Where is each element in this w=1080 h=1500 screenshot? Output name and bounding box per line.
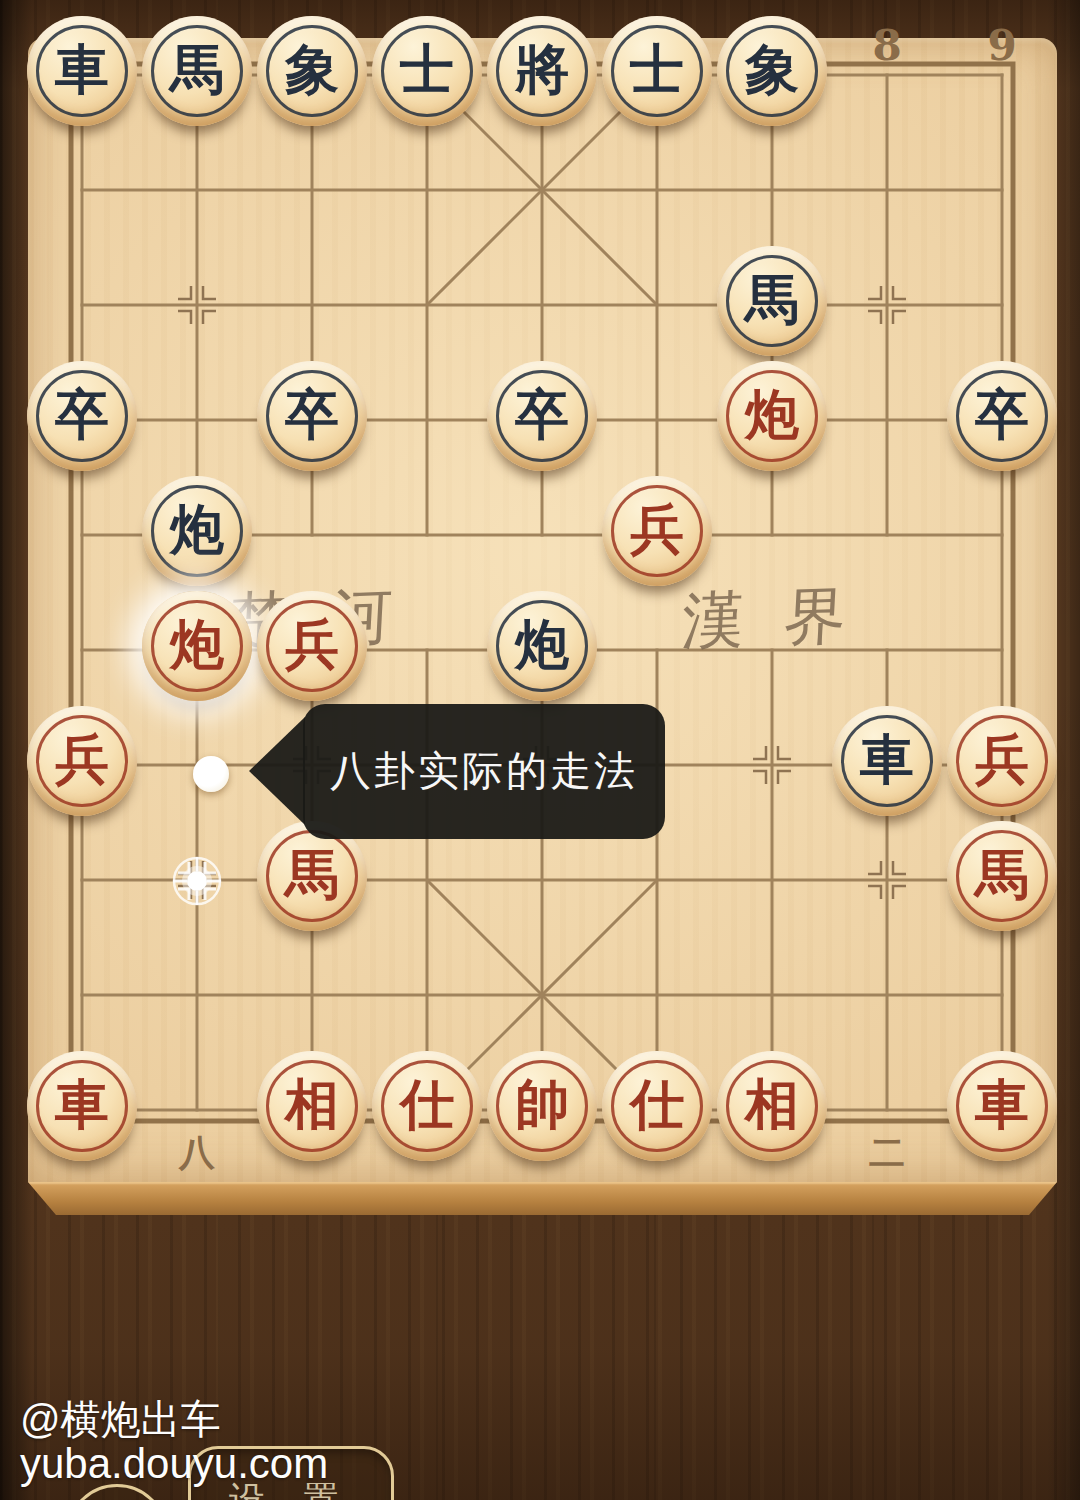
red-horse-piece[interactable]: 馬 (947, 821, 1057, 931)
red-cannon-piece[interactable]: 炮 (717, 361, 827, 471)
piece-glyph: 象 (745, 34, 799, 107)
red-chariot-piece[interactable]: 車 (27, 1051, 137, 1161)
piece-glyph: 相 (285, 1069, 339, 1142)
piece-glyph: 仕 (400, 1069, 454, 1142)
piece-glyph: 馬 (285, 839, 339, 912)
black-elephant-piece[interactable]: 象 (257, 16, 367, 126)
piece-glyph: 車 (55, 34, 109, 107)
piece-glyph: 相 (745, 1069, 799, 1142)
black-general-piece[interactable]: 將 (487, 16, 597, 126)
piece-glyph: 仕 (630, 1069, 684, 1142)
red-soldier-piece[interactable]: 兵 (947, 706, 1057, 816)
watermark-url: yuba.douyu.com (20, 1440, 328, 1488)
black-soldier-piece[interactable]: 卒 (257, 361, 367, 471)
piece-glyph: 兵 (630, 494, 684, 567)
piece-glyph: 卒 (55, 379, 109, 452)
watermark-username: @横炮出车 (20, 1392, 221, 1447)
black-soldier-piece[interactable]: 卒 (947, 361, 1057, 471)
piece-glyph: 炮 (745, 379, 799, 452)
tooltip-box: 八卦实际的走法 (303, 704, 665, 839)
black-chariot-piece[interactable]: 車 (27, 16, 137, 126)
piece-glyph: 帥 (515, 1069, 569, 1142)
red-chariot-piece[interactable]: 車 (947, 1051, 1057, 1161)
red-general-piece[interactable]: 帥 (487, 1051, 597, 1161)
piece-glyph: 象 (285, 34, 339, 107)
tooltip-text: 八卦实际的走法 (330, 744, 638, 799)
file-label-bottom: 八 (167, 1130, 227, 1174)
piece-glyph: 將 (515, 34, 569, 107)
xiangqi-app-screen: { "game": "xiangqi", "position": { "fen"… (0, 0, 1080, 1500)
red-elephant-piece[interactable]: 相 (257, 1051, 367, 1161)
red-advisor-piece[interactable]: 仕 (372, 1051, 482, 1161)
river-text-right: 漢界 (680, 572, 888, 663)
file-label-bottom: 二 (857, 1130, 917, 1174)
piece-glyph: 炮 (515, 609, 569, 682)
black-advisor-piece[interactable]: 士 (602, 16, 712, 126)
piece-glyph: 兵 (975, 724, 1029, 797)
board-edge (28, 1182, 1057, 1215)
black-horse-piece[interactable]: 馬 (717, 246, 827, 356)
piece-glyph: 炮 (170, 494, 224, 567)
piece-glyph: 炮 (170, 609, 224, 682)
file-label-top: 8 (857, 24, 917, 68)
move-destination-dot[interactable] (193, 756, 229, 792)
red-elephant-piece[interactable]: 相 (717, 1051, 827, 1161)
piece-glyph: 馬 (745, 264, 799, 337)
piece-glyph: 馬 (170, 34, 224, 107)
red-advisor-piece[interactable]: 仕 (602, 1051, 712, 1161)
black-soldier-piece[interactable]: 卒 (487, 361, 597, 471)
piece-glyph: 車 (55, 1069, 109, 1142)
red-soldier-piece[interactable]: 兵 (602, 476, 712, 586)
black-chariot-piece[interactable]: 車 (832, 706, 942, 816)
piece-glyph: 卒 (975, 379, 1029, 452)
piece-glyph: 卒 (515, 379, 569, 452)
piece-glyph: 士 (630, 34, 684, 107)
piece-glyph: 馬 (975, 839, 1029, 912)
black-horse-piece[interactable]: 馬 (142, 16, 252, 126)
black-elephant-piece[interactable]: 象 (717, 16, 827, 126)
piece-glyph: 士 (400, 34, 454, 107)
file-label-top: 9 (972, 24, 1032, 68)
piece-glyph: 兵 (285, 609, 339, 682)
black-cannon-piece[interactable]: 炮 (142, 476, 252, 586)
piece-glyph: 兵 (55, 724, 109, 797)
red-soldier-piece[interactable]: 兵 (27, 706, 137, 816)
piece-glyph: 車 (975, 1069, 1029, 1142)
piece-glyph: 車 (860, 724, 914, 797)
black-cannon-piece[interactable]: 炮 (487, 591, 597, 701)
red-cannon-piece[interactable]: 炮 (142, 591, 252, 701)
red-soldier-piece[interactable]: 兵 (257, 591, 367, 701)
piece-glyph: 卒 (285, 379, 339, 452)
black-advisor-piece[interactable]: 士 (372, 16, 482, 126)
move-origin-reticle (161, 845, 233, 917)
black-soldier-piece[interactable]: 卒 (27, 361, 137, 471)
